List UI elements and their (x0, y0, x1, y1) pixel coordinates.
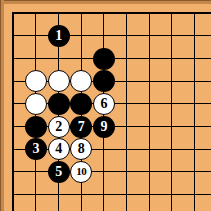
stone-white (25, 93, 47, 115)
go-board: 16279348510 (0, 0, 211, 211)
stone-white-move-4: 4 (48, 138, 70, 160)
stone-black (48, 93, 70, 115)
stone-black (93, 70, 115, 92)
stone-white (25, 70, 47, 92)
stone-white-move-10: 10 (70, 161, 92, 183)
stone-white (48, 70, 70, 92)
stones-grid: 16279348510 (2, 2, 206, 206)
stone-white (70, 70, 92, 92)
stone-white-move-6: 6 (93, 93, 115, 115)
stone-black (25, 116, 47, 138)
stone-black-move-9: 9 (93, 116, 115, 138)
stone-white-move-2: 2 (48, 116, 70, 138)
stone-black-move-5: 5 (48, 161, 70, 183)
board-frame-top (0, 0, 211, 4)
stone-black-move-7: 7 (70, 116, 92, 138)
stone-black-move-1: 1 (48, 25, 70, 47)
stone-white-move-8: 8 (70, 138, 92, 160)
go-diagram: 16279348510 (0, 0, 211, 211)
board-frame-left (0, 0, 4, 211)
stone-black-move-3: 3 (25, 138, 47, 160)
stone-black (93, 48, 115, 70)
stone-black (70, 93, 92, 115)
